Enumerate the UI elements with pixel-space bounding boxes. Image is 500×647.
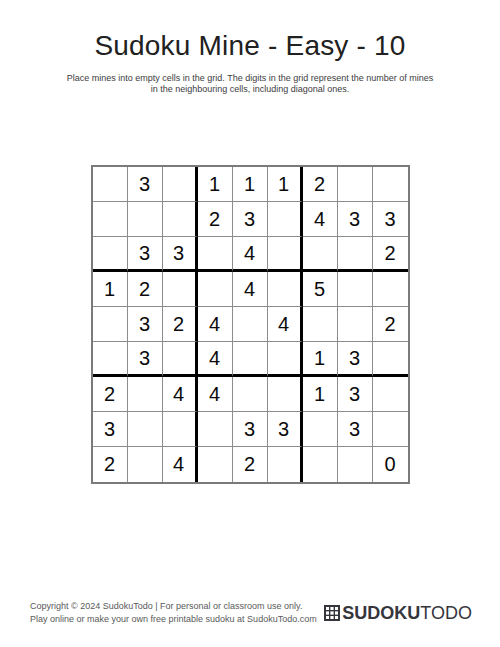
- cell-r3c7[interactable]: [303, 237, 338, 272]
- cell-r5c4: 4: [198, 307, 233, 342]
- cell-r3c3: 3: [163, 237, 198, 272]
- cell-r6c8: 3: [338, 342, 373, 377]
- cell-r4c5: 4: [233, 272, 268, 307]
- instructions: Place mines into empty cells in the grid…: [50, 73, 450, 95]
- cell-r1c3[interactable]: [163, 167, 198, 202]
- cell-r2c6[interactable]: [268, 202, 303, 237]
- cell-r5c1[interactable]: [93, 307, 128, 342]
- cell-r1c8[interactable]: [338, 167, 373, 202]
- cell-r9c2[interactable]: [128, 447, 163, 482]
- cell-r6c5[interactable]: [233, 342, 268, 377]
- instructions-line1: Place mines into empty cells in the grid…: [67, 73, 434, 83]
- cell-r8c8: 3: [338, 412, 373, 447]
- cell-r4c4[interactable]: [198, 272, 233, 307]
- cell-r7c8: 3: [338, 377, 373, 412]
- footer-text: Copyright © 2024 SudokuTodo | For person…: [30, 600, 317, 626]
- cell-r7c4: 4: [198, 377, 233, 412]
- cell-r8c5: 3: [233, 412, 268, 447]
- page-title: Sudoku Mine - Easy - 10: [0, 30, 500, 62]
- cell-r8c9[interactable]: [373, 412, 408, 447]
- cell-r6c1[interactable]: [93, 342, 128, 377]
- board: 3111223433334212453244234132441333332420: [91, 165, 410, 484]
- cell-r8c4[interactable]: [198, 412, 233, 447]
- cell-r8c1: 3: [93, 412, 128, 447]
- cell-r8c2[interactable]: [128, 412, 163, 447]
- cell-r3c9: 2: [373, 237, 408, 272]
- cell-r8c7[interactable]: [303, 412, 338, 447]
- cell-r3c2: 3: [128, 237, 163, 272]
- footer: Copyright © 2024 SudokuTodo | For person…: [30, 600, 472, 626]
- cell-r4c3[interactable]: [163, 272, 198, 307]
- cell-r9c1: 2: [93, 447, 128, 482]
- cell-r4c2: 2: [128, 272, 163, 307]
- cell-r1c1[interactable]: [93, 167, 128, 202]
- cell-r2c4: 2: [198, 202, 233, 237]
- cell-r6c3[interactable]: [163, 342, 198, 377]
- cell-r7c6[interactable]: [268, 377, 303, 412]
- cell-r7c5[interactable]: [233, 377, 268, 412]
- cell-r2c9: 3: [373, 202, 408, 237]
- cell-r9c5: 2: [233, 447, 268, 482]
- promo-line: Play online or make your own free printa…: [30, 613, 317, 626]
- cell-r5c9: 2: [373, 307, 408, 342]
- cell-r7c2[interactable]: [128, 377, 163, 412]
- cell-r9c8[interactable]: [338, 447, 373, 482]
- cell-r9c3: 4: [163, 447, 198, 482]
- cell-r3c8[interactable]: [338, 237, 373, 272]
- cell-r8c6: 3: [268, 412, 303, 447]
- cell-r9c6[interactable]: [268, 447, 303, 482]
- cell-r6c6[interactable]: [268, 342, 303, 377]
- cell-r2c8: 3: [338, 202, 373, 237]
- cell-r6c7: 1: [303, 342, 338, 377]
- cell-r5c6: 4: [268, 307, 303, 342]
- cell-r4c7: 5: [303, 272, 338, 307]
- cell-r5c2: 3: [128, 307, 163, 342]
- cell-r1c2: 3: [128, 167, 163, 202]
- cell-r2c1[interactable]: [93, 202, 128, 237]
- cell-r8c3[interactable]: [163, 412, 198, 447]
- cell-r3c6[interactable]: [268, 237, 303, 272]
- cell-r2c2[interactable]: [128, 202, 163, 237]
- cell-r1c9[interactable]: [373, 167, 408, 202]
- sudoku-grid-icon: [324, 605, 342, 621]
- cell-r6c4: 4: [198, 342, 233, 377]
- logo: SUDOKUTODO: [324, 604, 472, 622]
- cell-r7c9[interactable]: [373, 377, 408, 412]
- cell-r7c1: 2: [93, 377, 128, 412]
- cell-r4c9[interactable]: [373, 272, 408, 307]
- cell-r3c5: 4: [233, 237, 268, 272]
- cell-r9c7[interactable]: [303, 447, 338, 482]
- logo-text-sudoku: SUDOKU: [342, 604, 420, 622]
- cell-r1c5: 1: [233, 167, 268, 202]
- cell-r4c6[interactable]: [268, 272, 303, 307]
- cell-r5c5[interactable]: [233, 307, 268, 342]
- cell-r4c8[interactable]: [338, 272, 373, 307]
- copyright-line: Copyright © 2024 SudokuTodo | For person…: [30, 600, 317, 613]
- cell-r2c5: 3: [233, 202, 268, 237]
- cell-r5c8[interactable]: [338, 307, 373, 342]
- logo-text-todo: TODO: [420, 604, 472, 622]
- cell-r9c4[interactable]: [198, 447, 233, 482]
- cell-r3c1[interactable]: [93, 237, 128, 272]
- cell-r1c7: 2: [303, 167, 338, 202]
- cell-r6c9[interactable]: [373, 342, 408, 377]
- cell-r4c1: 1: [93, 272, 128, 307]
- cell-r5c3: 2: [163, 307, 198, 342]
- cell-r1c4: 1: [198, 167, 233, 202]
- cell-r6c2: 3: [128, 342, 163, 377]
- cell-r1c6: 1: [268, 167, 303, 202]
- cell-r2c7: 4: [303, 202, 338, 237]
- cell-r2c3[interactable]: [163, 202, 198, 237]
- cell-r5c7[interactable]: [303, 307, 338, 342]
- cell-r9c9: 0: [373, 447, 408, 482]
- cell-r3c4[interactable]: [198, 237, 233, 272]
- instructions-line2: in the neighbouring cells, including dia…: [151, 84, 350, 94]
- cell-r7c7: 1: [303, 377, 338, 412]
- cell-r7c3: 4: [163, 377, 198, 412]
